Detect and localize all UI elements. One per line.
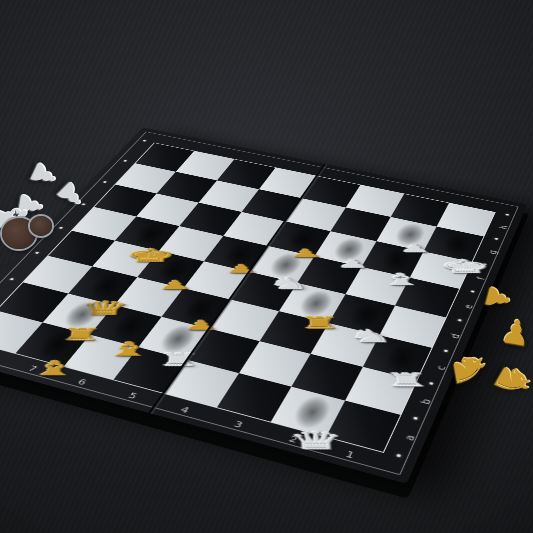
square-b3[interactable] [239,341,311,386]
rank-label-1: 1 [340,449,359,461]
rail-rivet [123,160,127,162]
chessboard: 12345678abcdefgh ♚♛♜♝♝♟♟♟♟♜♜♞♟♞♝♟♛♜♚ [0,127,527,483]
rail-rivet [505,214,509,216]
rail-rivet [458,319,462,322]
square-a2[interactable] [271,387,345,437]
rail-rivet [444,349,448,352]
square-b4[interactable] [188,329,260,373]
file-label-b: b [418,396,434,408]
square-b1[interactable] [345,367,416,415]
square-e2[interactable] [346,267,410,306]
rank-label-4: 4 [175,404,194,415]
square-a7[interactable] [16,322,90,366]
square-c3[interactable] [260,311,329,354]
square-d3[interactable] [279,283,346,323]
square-a3[interactable] [217,373,291,422]
rail-rivet [143,140,147,142]
felt-base-of-lying-piece [30,216,52,236]
rank-label-3: 3 [228,419,247,431]
square-a1[interactable] [326,401,400,452]
square-e1[interactable] [395,278,459,318]
square-b7[interactable] [43,294,115,335]
rail-rivet [59,227,63,229]
rail-rivet [483,263,487,265]
rail-rivet [413,417,418,420]
square-c2[interactable] [311,323,380,367]
square-c6[interactable] [114,277,183,317]
file-label-e: e [462,302,476,312]
rail-rivet [429,382,433,385]
square-c7[interactable] [68,266,137,305]
rank-label-5: 5 [123,390,142,401]
rail-rivet [494,238,498,240]
rail-rivet [471,290,475,293]
square-b8[interactable] [0,282,68,322]
rail-rivet [396,454,401,457]
file-label-d: d [448,331,463,341]
rail-rivet [35,252,39,254]
rank-label-6: 6 [72,377,90,388]
square-a6[interactable] [64,335,138,380]
file-label-h: h [498,223,511,231]
square-b2[interactable] [291,354,362,401]
rank-label-2: 2 [283,434,302,446]
file-label-a: a [402,431,418,444]
square-d4[interactable] [231,272,298,311]
square-a8[interactable] [0,311,43,354]
rail-rivet [10,278,14,280]
file-label-g: g [486,248,499,257]
square-d2[interactable] [329,294,395,335]
square-a4[interactable] [165,360,239,407]
square-c4[interactable] [210,300,279,342]
square-b6[interactable] [90,305,162,347]
rank-label-7: 7 [23,363,41,373]
square-d1[interactable] [379,306,445,348]
captured-gold-pawn[interactable]: ♟ [498,314,533,352]
rail-rivet [103,181,107,183]
chess-photo-scene: 12345678abcdefgh ♚♛♜♝♝♟♟♟♟♜♜♞♟♞♝♟♛♜♚ ♟♟♟… [0,0,533,533]
square-c1[interactable] [363,335,432,380]
